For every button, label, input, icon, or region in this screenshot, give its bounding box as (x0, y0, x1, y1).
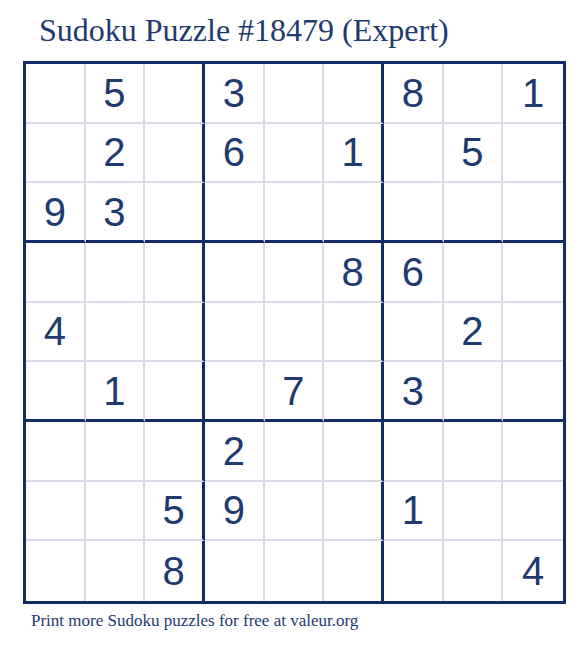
sudoku-cell-r9c9: 4 (503, 541, 563, 601)
page-title: Sudoku Puzzle #18479 (Expert) (39, 12, 449, 49)
sudoku-cell-r1c5 (265, 64, 325, 124)
sudoku-cell-r5c2 (86, 303, 146, 363)
sudoku-cell-r2c8: 5 (444, 124, 504, 184)
sudoku-cell-r7c8 (444, 422, 504, 482)
sudoku-cell-r8c9 (503, 482, 563, 542)
sudoku-cell-r4c3 (145, 243, 205, 303)
sudoku-cell-r7c6 (324, 422, 384, 482)
sudoku-cell-r4c1 (26, 243, 86, 303)
sudoku-cell-r2c5 (265, 124, 325, 184)
sudoku-cell-r4c9 (503, 243, 563, 303)
sudoku-cell-r4c2 (86, 243, 146, 303)
sudoku-board: 53812615938642173259184 (23, 61, 566, 604)
sudoku-cell-r9c6 (324, 541, 384, 601)
sudoku-cell-r8c3: 5 (145, 482, 205, 542)
sudoku-cell-r1c4: 3 (205, 64, 265, 124)
sudoku-cell-r8c7: 1 (384, 482, 444, 542)
sudoku-cell-r5c5 (265, 303, 325, 363)
sudoku-cell-r6c2: 1 (86, 362, 146, 422)
sudoku-cell-r5c7 (384, 303, 444, 363)
sudoku-cell-r3c5 (265, 183, 325, 243)
sudoku-cell-r2c4: 6 (205, 124, 265, 184)
sudoku-cell-r6c4 (205, 362, 265, 422)
sudoku-cell-r5c9 (503, 303, 563, 363)
sudoku-cell-r1c9: 1 (503, 64, 563, 124)
sudoku-cell-r2c3 (145, 124, 205, 184)
sudoku-cell-r7c1 (26, 422, 86, 482)
sudoku-cell-r1c1 (26, 64, 86, 124)
sudoku-cell-r9c5 (265, 541, 325, 601)
sudoku-cell-r7c3 (145, 422, 205, 482)
sudoku-cell-r5c4 (205, 303, 265, 363)
sudoku-cell-r5c1: 4 (26, 303, 86, 363)
sudoku-cell-r2c6: 1 (324, 124, 384, 184)
sudoku-cell-r6c6 (324, 362, 384, 422)
sudoku-cell-r7c9 (503, 422, 563, 482)
sudoku-cell-r6c5: 7 (265, 362, 325, 422)
sudoku-cell-r1c7: 8 (384, 64, 444, 124)
sudoku-cell-r5c3 (145, 303, 205, 363)
sudoku-cell-r5c8: 2 (444, 303, 504, 363)
sudoku-cell-r9c2 (86, 541, 146, 601)
sudoku-cell-r2c9 (503, 124, 563, 184)
sudoku-cell-r3c3 (145, 183, 205, 243)
sudoku-cell-r1c2: 5 (86, 64, 146, 124)
sudoku-cell-r4c8 (444, 243, 504, 303)
sudoku-cell-r7c2 (86, 422, 146, 482)
sudoku-cell-r6c7: 3 (384, 362, 444, 422)
sudoku-cell-r2c2: 2 (86, 124, 146, 184)
sudoku-cell-r6c8 (444, 362, 504, 422)
sudoku-cell-r8c1 (26, 482, 86, 542)
sudoku-cell-r8c4: 9 (205, 482, 265, 542)
sudoku-cell-r9c1 (26, 541, 86, 601)
sudoku-cell-r8c5 (265, 482, 325, 542)
sudoku-cell-r3c4 (205, 183, 265, 243)
sudoku-cell-r4c5 (265, 243, 325, 303)
footer-text: Print more Sudoku puzzles for free at va… (31, 611, 358, 631)
sudoku-cell-r4c4 (205, 243, 265, 303)
sudoku-cell-r1c3 (145, 64, 205, 124)
sudoku-cell-r4c6: 8 (324, 243, 384, 303)
sudoku-cell-r8c6 (324, 482, 384, 542)
sudoku-cell-r4c7: 6 (384, 243, 444, 303)
sudoku-cell-r6c3 (145, 362, 205, 422)
sudoku-cell-r3c6 (324, 183, 384, 243)
sudoku-cell-r3c7 (384, 183, 444, 243)
sudoku-cell-r6c9 (503, 362, 563, 422)
sudoku-cell-r3c1: 9 (26, 183, 86, 243)
sudoku-cell-r2c1 (26, 124, 86, 184)
sudoku-cell-r3c2: 3 (86, 183, 146, 243)
sudoku-cell-r9c4 (205, 541, 265, 601)
sudoku-cell-r9c7 (384, 541, 444, 601)
sudoku-cell-r7c4: 2 (205, 422, 265, 482)
sudoku-cell-r2c7 (384, 124, 444, 184)
sudoku-cell-r1c6 (324, 64, 384, 124)
sudoku-cell-r8c8 (444, 482, 504, 542)
sudoku-cell-r9c3: 8 (145, 541, 205, 601)
sudoku-cell-r3c8 (444, 183, 504, 243)
sudoku-cell-r7c7 (384, 422, 444, 482)
sudoku-cell-r1c8 (444, 64, 504, 124)
sudoku-cell-r6c1 (26, 362, 86, 422)
sudoku-cell-r9c8 (444, 541, 504, 601)
sudoku-cell-r3c9 (503, 183, 563, 243)
sudoku-cell-r7c5 (265, 422, 325, 482)
sudoku-cell-r5c6 (324, 303, 384, 363)
sudoku-cell-r8c2 (86, 482, 146, 542)
